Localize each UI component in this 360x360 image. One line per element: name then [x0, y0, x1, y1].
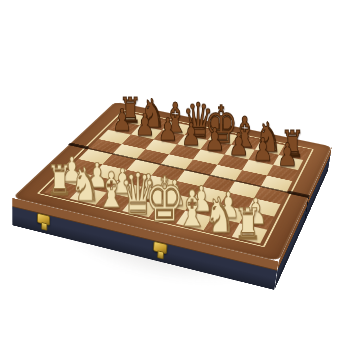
piece-white-rook[interactable]: ♜	[234, 206, 262, 241]
chess-set-scene: ♜♞♝♛♚♝♞♜♟♟♟♟♟♟♟♟♟♟♟♟♟♟♟♟♜♞♝♛♚♝♞♜	[48, 33, 321, 306]
brass-clasp-left[interactable]	[37, 213, 50, 226]
piece-white-knight[interactable]: ♞	[204, 196, 235, 236]
product-photo-stage: ♜♞♝♛♚♝♞♜♟♟♟♟♟♟♟♟♟♟♟♟♟♟♟♟♜♞♝♛♚♝♞♜	[0, 0, 360, 360]
brass-clasp-center[interactable]	[152, 241, 167, 254]
board-3d-tilt: ♜♞♝♛♚♝♞♜♟♟♟♟♟♟♟♟♟♟♟♟♟♟♟♟♜♞♝♛♚♝♞♜	[12, 102, 332, 262]
